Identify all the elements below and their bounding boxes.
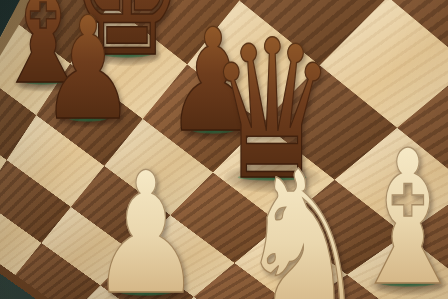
knight-glyph: ♞ [237,145,369,299]
pawn-glyph: ♟ [40,0,135,140]
pawn-glyph: ♟ [90,150,203,299]
chessboard-photo: ♚♝♟♟♛♝♟♞ [0,0,448,299]
